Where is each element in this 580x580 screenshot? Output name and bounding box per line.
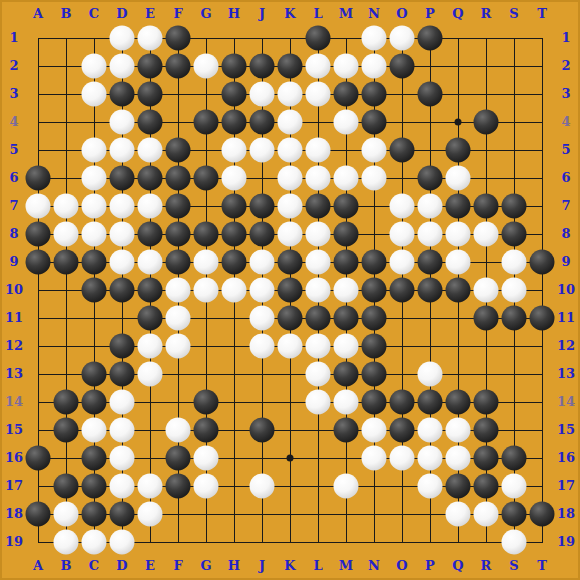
row-label-left-17: 17 (0, 478, 28, 494)
row-label-left-7: 7 (0, 198, 28, 214)
stone-white-P16[interactable] (418, 446, 443, 471)
stone-white-E7[interactable] (138, 194, 163, 219)
stone-white-L13[interactable] (306, 362, 331, 387)
stone-white-F15[interactable] (166, 418, 191, 443)
column-label-bottom-T: T (528, 558, 556, 574)
stone-white-C5[interactable] (82, 138, 107, 163)
stone-white-S19[interactable] (502, 530, 527, 555)
stone-white-B18[interactable] (54, 502, 79, 527)
stone-black-F17[interactable] (166, 474, 191, 499)
stone-white-H10[interactable] (222, 278, 247, 303)
stone-black-E11[interactable] (138, 306, 163, 331)
stone-white-D2[interactable] (110, 54, 135, 79)
stone-black-G4[interactable] (194, 110, 219, 135)
stone-white-J5[interactable] (250, 138, 275, 163)
stone-black-R16[interactable] (474, 446, 499, 471)
stone-white-L10[interactable] (306, 278, 331, 303)
column-label-top-D: D (108, 6, 136, 22)
column-label-top-Q: Q (444, 6, 472, 22)
stone-black-S18[interactable] (502, 502, 527, 527)
stone-white-C7[interactable] (82, 194, 107, 219)
stone-black-D10[interactable] (110, 278, 135, 303)
stone-black-F6[interactable] (166, 166, 191, 191)
stone-black-D3[interactable] (110, 82, 135, 107)
stone-black-N13[interactable] (362, 362, 387, 387)
stone-black-M8[interactable] (334, 222, 359, 247)
stone-black-K10[interactable] (278, 278, 303, 303)
column-label-top-S: S (500, 6, 528, 22)
stone-white-N5[interactable] (362, 138, 387, 163)
stone-black-J7[interactable] (250, 194, 275, 219)
stone-black-L1[interactable] (306, 26, 331, 51)
column-label-top-H: H (220, 6, 248, 22)
stone-black-D12[interactable] (110, 334, 135, 359)
stone-black-J8[interactable] (250, 222, 275, 247)
stone-black-A9[interactable] (26, 250, 51, 275)
stone-white-K8[interactable] (278, 222, 303, 247)
stone-white-H5[interactable] (222, 138, 247, 163)
stone-white-Q16[interactable] (446, 446, 471, 471)
stone-black-B14[interactable] (54, 390, 79, 415)
stone-white-B19[interactable] (54, 530, 79, 555)
column-label-top-K: K (276, 6, 304, 22)
row-label-left-19: 19 (0, 534, 28, 550)
row-label-left-15: 15 (0, 422, 28, 438)
stone-white-K12[interactable] (278, 334, 303, 359)
stone-white-G10[interactable] (194, 278, 219, 303)
stone-white-K7[interactable] (278, 194, 303, 219)
stone-white-F11[interactable] (166, 306, 191, 331)
row-label-right-10: 10 (552, 282, 580, 298)
stone-black-H9[interactable] (222, 250, 247, 275)
stone-black-A16[interactable] (26, 446, 51, 471)
column-label-top-A: A (24, 6, 52, 22)
stone-white-P17[interactable] (418, 474, 443, 499)
stone-black-D6[interactable] (110, 166, 135, 191)
stone-white-M6[interactable] (334, 166, 359, 191)
stone-black-C14[interactable] (82, 390, 107, 415)
stone-white-M17[interactable] (334, 474, 359, 499)
stone-white-Q6[interactable] (446, 166, 471, 191)
stone-white-L9[interactable] (306, 250, 331, 275)
stone-white-D15[interactable] (110, 418, 135, 443)
star-point-Q4 (455, 119, 462, 126)
stone-black-R4[interactable] (474, 110, 499, 135)
stone-black-C10[interactable] (82, 278, 107, 303)
row-label-right-9: 9 (552, 254, 580, 270)
stone-black-R17[interactable] (474, 474, 499, 499)
stone-black-H8[interactable] (222, 222, 247, 247)
stone-black-J15[interactable] (250, 418, 275, 443)
stone-white-M14[interactable] (334, 390, 359, 415)
stone-black-G8[interactable] (194, 222, 219, 247)
stone-black-L7[interactable] (306, 194, 331, 219)
column-label-top-N: N (360, 6, 388, 22)
stone-white-D1[interactable] (110, 26, 135, 51)
column-label-bottom-K: K (276, 558, 304, 574)
row-label-right-12: 12 (552, 338, 580, 354)
column-label-bottom-R: R (472, 558, 500, 574)
stone-black-K11[interactable] (278, 306, 303, 331)
column-label-bottom-S: S (500, 558, 528, 574)
stone-black-N14[interactable] (362, 390, 387, 415)
stone-black-F1[interactable] (166, 26, 191, 51)
column-label-top-M: M (332, 6, 360, 22)
stone-white-N2[interactable] (362, 54, 387, 79)
row-label-right-7: 7 (552, 198, 580, 214)
stone-white-H6[interactable] (222, 166, 247, 191)
row-label-left-11: 11 (0, 310, 28, 326)
stone-black-E8[interactable] (138, 222, 163, 247)
stone-white-G2[interactable] (194, 54, 219, 79)
stone-black-R14[interactable] (474, 390, 499, 415)
stone-white-O16[interactable] (390, 446, 415, 471)
stone-black-C17[interactable] (82, 474, 107, 499)
row-label-left-13: 13 (0, 366, 28, 382)
stone-white-N15[interactable] (362, 418, 387, 443)
column-label-bottom-D: D (108, 558, 136, 574)
stone-white-P13[interactable] (418, 362, 443, 387)
row-label-left-12: 12 (0, 338, 28, 354)
column-label-bottom-H: H (220, 558, 248, 574)
stone-black-H7[interactable] (222, 194, 247, 219)
stone-white-L2[interactable] (306, 54, 331, 79)
stone-black-H3[interactable] (222, 82, 247, 107)
stone-black-M7[interactable] (334, 194, 359, 219)
stone-white-S10[interactable] (502, 278, 527, 303)
stone-white-M4[interactable] (334, 110, 359, 135)
stone-black-T11[interactable] (530, 306, 555, 331)
column-label-bottom-Q: Q (444, 558, 472, 574)
column-label-bottom-J: J (248, 558, 276, 574)
stone-white-Q18[interactable] (446, 502, 471, 527)
row-label-left-8: 8 (0, 226, 28, 242)
stone-white-L14[interactable] (306, 390, 331, 415)
stone-black-G14[interactable] (194, 390, 219, 415)
column-label-bottom-G: G (192, 558, 220, 574)
column-label-bottom-C: C (80, 558, 108, 574)
stone-black-O15[interactable] (390, 418, 415, 443)
stone-white-L6[interactable] (306, 166, 331, 191)
stone-white-P8[interactable] (418, 222, 443, 247)
stone-white-J12[interactable] (250, 334, 275, 359)
column-label-top-F: F (164, 6, 192, 22)
stone-black-M11[interactable] (334, 306, 359, 331)
row-label-right-14: 14 (552, 394, 580, 410)
stone-white-D17[interactable] (110, 474, 135, 499)
stone-white-C19[interactable] (82, 530, 107, 555)
row-label-right-1: 1 (552, 30, 580, 46)
row-label-right-3: 3 (552, 86, 580, 102)
stone-white-J11[interactable] (250, 306, 275, 331)
stone-black-K2[interactable] (278, 54, 303, 79)
stone-black-F7[interactable] (166, 194, 191, 219)
stone-black-F5[interactable] (166, 138, 191, 163)
stone-white-C8[interactable] (82, 222, 107, 247)
row-label-right-19: 19 (552, 534, 580, 550)
stone-white-Q8[interactable] (446, 222, 471, 247)
stone-white-Q15[interactable] (446, 418, 471, 443)
stone-white-S17[interactable] (502, 474, 527, 499)
row-label-left-3: 3 (0, 86, 28, 102)
stone-white-G9[interactable] (194, 250, 219, 275)
row-label-left-9: 9 (0, 254, 28, 270)
stone-white-D16[interactable] (110, 446, 135, 471)
stone-white-O7[interactable] (390, 194, 415, 219)
column-label-bottom-M: M (332, 558, 360, 574)
stone-black-S8[interactable] (502, 222, 527, 247)
stone-black-T18[interactable] (530, 502, 555, 527)
stone-black-D13[interactable] (110, 362, 135, 387)
stone-white-E18[interactable] (138, 502, 163, 527)
column-label-bottom-L: L (304, 558, 332, 574)
stone-white-J17[interactable] (250, 474, 275, 499)
stone-black-M13[interactable] (334, 362, 359, 387)
stone-black-A18[interactable] (26, 502, 51, 527)
column-label-top-L: L (304, 6, 332, 22)
row-label-right-15: 15 (552, 422, 580, 438)
stone-black-Q17[interactable] (446, 474, 471, 499)
row-label-left-14: 14 (0, 394, 28, 410)
stone-white-P15[interactable] (418, 418, 443, 443)
stone-black-A8[interactable] (26, 222, 51, 247)
stone-black-N11[interactable] (362, 306, 387, 331)
stone-black-B9[interactable] (54, 250, 79, 275)
stone-white-L8[interactable] (306, 222, 331, 247)
stone-black-E2[interactable] (138, 54, 163, 79)
stone-black-N3[interactable] (362, 82, 387, 107)
row-label-left-18: 18 (0, 506, 28, 522)
stone-white-N6[interactable] (362, 166, 387, 191)
stone-white-N1[interactable] (362, 26, 387, 51)
stone-white-B8[interactable] (54, 222, 79, 247)
column-label-top-P: P (416, 6, 444, 22)
stone-black-P6[interactable] (418, 166, 443, 191)
stone-white-A7[interactable] (26, 194, 51, 219)
stone-white-R10[interactable] (474, 278, 499, 303)
stone-white-K5[interactable] (278, 138, 303, 163)
row-label-right-18: 18 (552, 506, 580, 522)
column-label-bottom-A: A (24, 558, 52, 574)
stone-black-N4[interactable] (362, 110, 387, 135)
stone-white-J9[interactable] (250, 250, 275, 275)
stone-white-O1[interactable] (390, 26, 415, 51)
stone-white-D4[interactable] (110, 110, 135, 135)
stone-black-C13[interactable] (82, 362, 107, 387)
stone-white-K3[interactable] (278, 82, 303, 107)
stone-white-E9[interactable] (138, 250, 163, 275)
stone-black-M9[interactable] (334, 250, 359, 275)
stone-white-M10[interactable] (334, 278, 359, 303)
row-label-left-4: 4 (0, 114, 28, 130)
stone-white-J3[interactable] (250, 82, 275, 107)
stone-black-O10[interactable] (390, 278, 415, 303)
stone-white-G17[interactable] (194, 474, 219, 499)
row-label-left-5: 5 (0, 142, 28, 158)
stone-black-M3[interactable] (334, 82, 359, 107)
row-label-right-2: 2 (552, 58, 580, 74)
stone-white-L12[interactable] (306, 334, 331, 359)
stone-white-G16[interactable] (194, 446, 219, 471)
stone-white-E5[interactable] (138, 138, 163, 163)
stone-white-C2[interactable] (82, 54, 107, 79)
stone-black-A6[interactable] (26, 166, 51, 191)
row-label-right-11: 11 (552, 310, 580, 326)
stone-white-K6[interactable] (278, 166, 303, 191)
stone-black-P9[interactable] (418, 250, 443, 275)
stone-white-F10[interactable] (166, 278, 191, 303)
stone-white-D8[interactable] (110, 222, 135, 247)
stone-white-D14[interactable] (110, 390, 135, 415)
stone-white-Q9[interactable] (446, 250, 471, 275)
stone-black-S7[interactable] (502, 194, 527, 219)
stone-black-F16[interactable] (166, 446, 191, 471)
row-label-right-8: 8 (552, 226, 580, 242)
row-label-right-13: 13 (552, 366, 580, 382)
stone-black-P3[interactable] (418, 82, 443, 107)
stone-black-R7[interactable] (474, 194, 499, 219)
row-label-right-5: 5 (552, 142, 580, 158)
stone-black-S11[interactable] (502, 306, 527, 331)
stone-white-E1[interactable] (138, 26, 163, 51)
stone-white-E12[interactable] (138, 334, 163, 359)
stone-white-S9[interactable] (502, 250, 527, 275)
column-label-bottom-E: E (136, 558, 164, 574)
column-label-top-G: G (192, 6, 220, 22)
row-label-right-16: 16 (552, 450, 580, 466)
stone-white-L3[interactable] (306, 82, 331, 107)
stone-white-C15[interactable] (82, 418, 107, 443)
stone-black-C9[interactable] (82, 250, 107, 275)
stone-black-F8[interactable] (166, 222, 191, 247)
column-label-top-T: T (528, 6, 556, 22)
column-label-top-C: C (80, 6, 108, 22)
stone-white-E17[interactable] (138, 474, 163, 499)
row-label-left-10: 10 (0, 282, 28, 298)
stone-black-H2[interactable] (222, 54, 247, 79)
stone-black-D18[interactable] (110, 502, 135, 527)
stone-white-N16[interactable] (362, 446, 387, 471)
stone-white-L5[interactable] (306, 138, 331, 163)
stone-black-M15[interactable] (334, 418, 359, 443)
stone-black-B17[interactable] (54, 474, 79, 499)
row-label-left-1: 1 (0, 30, 28, 46)
row-label-left-2: 2 (0, 58, 28, 74)
stone-black-T9[interactable] (530, 250, 555, 275)
stone-black-L11[interactable] (306, 306, 331, 331)
go-board[interactable]: AABBCCDDEEFFGGHHJJKKLLMMNNOOPPQQRRSSTT11… (0, 0, 580, 580)
stone-white-C6[interactable] (82, 166, 107, 191)
stone-black-R15[interactable] (474, 418, 499, 443)
stone-black-J2[interactable] (250, 54, 275, 79)
column-label-top-R: R (472, 6, 500, 22)
column-label-top-O: O (388, 6, 416, 22)
stone-black-E10[interactable] (138, 278, 163, 303)
row-label-left-6: 6 (0, 170, 28, 186)
stone-black-Q14[interactable] (446, 390, 471, 415)
column-label-bottom-F: F (164, 558, 192, 574)
stone-black-P10[interactable] (418, 278, 443, 303)
stone-black-Q7[interactable] (446, 194, 471, 219)
stone-black-O5[interactable] (390, 138, 415, 163)
stone-black-S16[interactable] (502, 446, 527, 471)
stone-black-H4[interactable] (222, 110, 247, 135)
stone-black-Q10[interactable] (446, 278, 471, 303)
stone-white-O8[interactable] (390, 222, 415, 247)
stone-white-D9[interactable] (110, 250, 135, 275)
stone-black-E4[interactable] (138, 110, 163, 135)
column-label-top-J: J (248, 6, 276, 22)
stone-black-E6[interactable] (138, 166, 163, 191)
column-label-top-E: E (136, 6, 164, 22)
stone-white-P7[interactable] (418, 194, 443, 219)
stone-white-D19[interactable] (110, 530, 135, 555)
stone-white-M12[interactable] (334, 334, 359, 359)
column-label-bottom-B: B (52, 558, 80, 574)
row-label-right-17: 17 (552, 478, 580, 494)
stone-white-D7[interactable] (110, 194, 135, 219)
stone-white-C3[interactable] (82, 82, 107, 107)
stone-black-F2[interactable] (166, 54, 191, 79)
stone-white-J10[interactable] (250, 278, 275, 303)
stone-black-G15[interactable] (194, 418, 219, 443)
stone-white-R18[interactable] (474, 502, 499, 527)
stone-white-D5[interactable] (110, 138, 135, 163)
stone-white-O9[interactable] (390, 250, 415, 275)
stone-black-O14[interactable] (390, 390, 415, 415)
stone-black-N10[interactable] (362, 278, 387, 303)
row-label-right-6: 6 (552, 170, 580, 186)
stone-black-F9[interactable] (166, 250, 191, 275)
stone-white-M2[interactable] (334, 54, 359, 79)
stone-white-K4[interactable] (278, 110, 303, 135)
stone-black-C18[interactable] (82, 502, 107, 527)
stone-black-Q5[interactable] (446, 138, 471, 163)
stone-black-K9[interactable] (278, 250, 303, 275)
stone-black-G6[interactable] (194, 166, 219, 191)
stone-black-R11[interactable] (474, 306, 499, 331)
stone-white-F12[interactable] (166, 334, 191, 359)
star-point-K16 (287, 455, 294, 462)
stone-black-J4[interactable] (250, 110, 275, 135)
stone-black-E3[interactable] (138, 82, 163, 107)
stone-black-P14[interactable] (418, 390, 443, 415)
stone-black-N12[interactable] (362, 334, 387, 359)
row-label-right-4: 4 (552, 114, 580, 130)
stone-white-R8[interactable] (474, 222, 499, 247)
stone-white-B7[interactable] (54, 194, 79, 219)
column-label-bottom-O: O (388, 558, 416, 574)
stone-black-O2[interactable] (390, 54, 415, 79)
stone-black-B15[interactable] (54, 418, 79, 443)
stone-black-C16[interactable] (82, 446, 107, 471)
column-label-top-B: B (52, 6, 80, 22)
stone-black-N9[interactable] (362, 250, 387, 275)
column-label-bottom-P: P (416, 558, 444, 574)
column-label-bottom-N: N (360, 558, 388, 574)
row-label-left-16: 16 (0, 450, 28, 466)
stone-black-P1[interactable] (418, 26, 443, 51)
stone-white-E13[interactable] (138, 362, 163, 387)
